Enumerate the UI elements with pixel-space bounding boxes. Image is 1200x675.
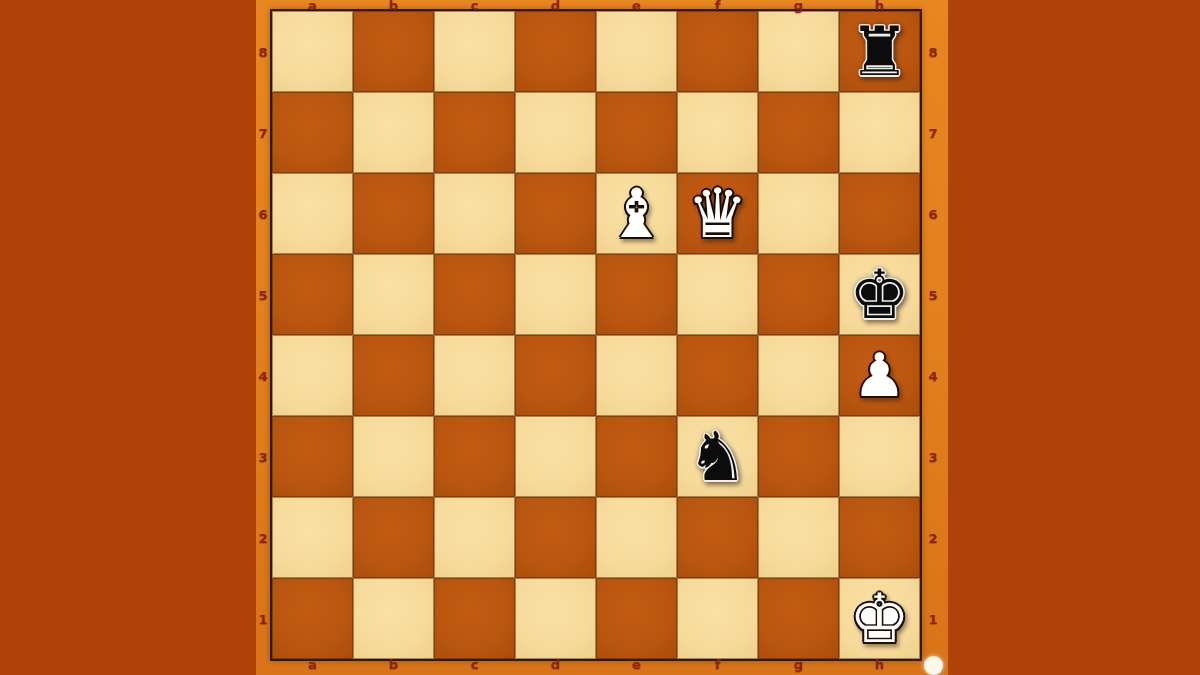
board: ♜♝♛♚♟♞♚ <box>270 9 922 661</box>
square-d5[interactable] <box>515 254 596 335</box>
piece-white-queen[interactable]: ♛ <box>687 173 748 254</box>
square-h8[interactable]: ♜ <box>839 11 920 92</box>
file-label-bottom-b: b <box>389 657 398 672</box>
square-a4[interactable] <box>272 335 353 416</box>
white-to-move-dot <box>924 656 943 675</box>
square-e3[interactable] <box>596 416 677 497</box>
piece-black-rook[interactable]: ♜ <box>849 11 910 92</box>
piece-black-king[interactable]: ♚ <box>849 254 910 335</box>
square-c4[interactable] <box>434 335 515 416</box>
square-g7[interactable] <box>758 92 839 173</box>
rank-label-left-2: 2 <box>258 530 267 545</box>
rank-label-left-8: 8 <box>258 44 267 59</box>
square-a2[interactable] <box>272 497 353 578</box>
square-d4[interactable] <box>515 335 596 416</box>
file-label-bottom-h: h <box>875 657 884 672</box>
square-d2[interactable] <box>515 497 596 578</box>
square-e8[interactable] <box>596 11 677 92</box>
square-h1[interactable]: ♚ <box>839 578 920 659</box>
square-g2[interactable] <box>758 497 839 578</box>
square-e6[interactable]: ♝ <box>596 173 677 254</box>
file-label-bottom-e: e <box>632 657 641 672</box>
rank-label-left-7: 7 <box>258 125 267 140</box>
square-b7[interactable] <box>353 92 434 173</box>
rank-label-right-4: 4 <box>928 368 937 383</box>
square-a5[interactable] <box>272 254 353 335</box>
rank-label-left-5: 5 <box>258 287 267 302</box>
square-b1[interactable] <box>353 578 434 659</box>
chess-app-stage: ♜♝♛♚♟♞♚ aabbccddeeffgghh8877665544332211 <box>0 0 1200 675</box>
square-d8[interactable] <box>515 11 596 92</box>
square-b6[interactable] <box>353 173 434 254</box>
piece-black-knight[interactable]: ♞ <box>687 416 748 497</box>
square-c7[interactable] <box>434 92 515 173</box>
square-c1[interactable] <box>434 578 515 659</box>
file-label-bottom-f: f <box>715 657 721 672</box>
file-label-top-e: e <box>632 0 641 13</box>
square-c3[interactable] <box>434 416 515 497</box>
rank-label-right-2: 2 <box>928 530 937 545</box>
square-f3[interactable]: ♞ <box>677 416 758 497</box>
square-a3[interactable] <box>272 416 353 497</box>
square-f4[interactable] <box>677 335 758 416</box>
square-e7[interactable] <box>596 92 677 173</box>
file-label-top-d: d <box>551 0 560 13</box>
square-f2[interactable] <box>677 497 758 578</box>
rank-label-left-1: 1 <box>258 611 267 626</box>
file-label-bottom-a: a <box>308 657 317 672</box>
square-g1[interactable] <box>758 578 839 659</box>
square-c2[interactable] <box>434 497 515 578</box>
square-g4[interactable] <box>758 335 839 416</box>
square-h2[interactable] <box>839 497 920 578</box>
square-f1[interactable] <box>677 578 758 659</box>
rank-label-right-6: 6 <box>928 206 937 221</box>
square-b8[interactable] <box>353 11 434 92</box>
square-d1[interactable] <box>515 578 596 659</box>
square-a1[interactable] <box>272 578 353 659</box>
square-b2[interactable] <box>353 497 434 578</box>
square-d7[interactable] <box>515 92 596 173</box>
square-f7[interactable] <box>677 92 758 173</box>
rank-label-right-8: 8 <box>928 44 937 59</box>
square-a7[interactable] <box>272 92 353 173</box>
square-d6[interactable] <box>515 173 596 254</box>
file-label-top-h: h <box>875 0 884 13</box>
file-label-top-b: b <box>389 0 398 13</box>
square-a6[interactable] <box>272 173 353 254</box>
file-label-bottom-c: c <box>471 657 479 672</box>
file-label-top-g: g <box>794 0 803 13</box>
square-f8[interactable] <box>677 11 758 92</box>
square-c8[interactable] <box>434 11 515 92</box>
square-g8[interactable] <box>758 11 839 92</box>
square-e4[interactable] <box>596 335 677 416</box>
file-label-top-c: c <box>471 0 479 13</box>
square-h6[interactable] <box>839 173 920 254</box>
file-label-top-a: a <box>308 0 317 13</box>
rank-label-right-3: 3 <box>928 449 937 464</box>
piece-white-king[interactable]: ♚ <box>849 578 910 659</box>
square-h5[interactable]: ♚ <box>839 254 920 335</box>
square-g5[interactable] <box>758 254 839 335</box>
file-label-bottom-d: d <box>551 657 560 672</box>
square-e5[interactable] <box>596 254 677 335</box>
piece-white-pawn[interactable]: ♟ <box>853 335 907 416</box>
rank-label-left-4: 4 <box>258 368 267 383</box>
file-label-top-f: f <box>715 0 721 13</box>
file-label-bottom-g: g <box>794 657 803 672</box>
square-c5[interactable] <box>434 254 515 335</box>
square-h4[interactable]: ♟ <box>839 335 920 416</box>
square-g3[interactable] <box>758 416 839 497</box>
square-f6[interactable]: ♛ <box>677 173 758 254</box>
square-b5[interactable] <box>353 254 434 335</box>
rank-label-left-3: 3 <box>258 449 267 464</box>
rank-label-left-6: 6 <box>258 206 267 221</box>
square-b3[interactable] <box>353 416 434 497</box>
piece-white-bishop[interactable]: ♝ <box>606 173 667 254</box>
square-g6[interactable] <box>758 173 839 254</box>
square-e2[interactable] <box>596 497 677 578</box>
square-c6[interactable] <box>434 173 515 254</box>
square-e1[interactable] <box>596 578 677 659</box>
rank-label-right-1: 1 <box>928 611 937 626</box>
square-h7[interactable] <box>839 92 920 173</box>
rank-label-right-5: 5 <box>928 287 937 302</box>
square-d3[interactable] <box>515 416 596 497</box>
square-h3[interactable] <box>839 416 920 497</box>
square-f5[interactable] <box>677 254 758 335</box>
square-b4[interactable] <box>353 335 434 416</box>
square-a8[interactable] <box>272 11 353 92</box>
rank-label-right-7: 7 <box>928 125 937 140</box>
